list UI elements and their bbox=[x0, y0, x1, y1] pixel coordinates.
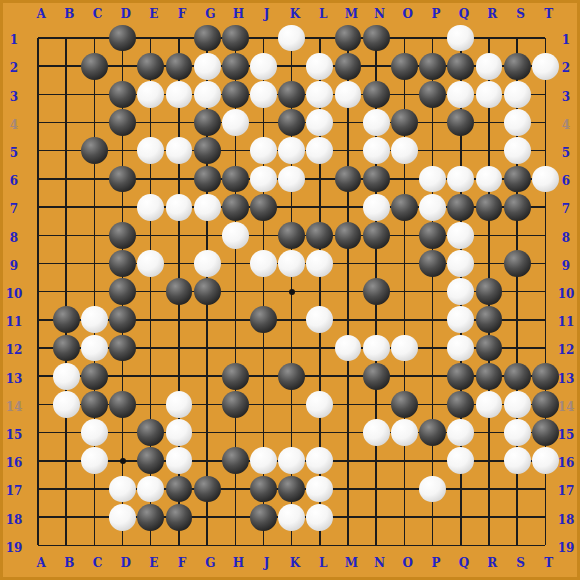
intersection[interactable] bbox=[475, 306, 503, 334]
intersection[interactable] bbox=[362, 278, 390, 306]
intersection[interactable] bbox=[334, 419, 362, 447]
intersection[interactable] bbox=[108, 447, 136, 475]
intersection[interactable] bbox=[390, 108, 418, 136]
intersection[interactable] bbox=[503, 503, 531, 531]
intersection[interactable] bbox=[531, 249, 559, 277]
intersection[interactable] bbox=[475, 390, 503, 418]
intersection[interactable] bbox=[24, 419, 52, 447]
intersection[interactable] bbox=[306, 52, 334, 80]
intersection[interactable] bbox=[475, 249, 503, 277]
intersection[interactable] bbox=[108, 165, 136, 193]
intersection[interactable] bbox=[531, 362, 559, 390]
intersection[interactable] bbox=[306, 475, 334, 503]
intersection[interactable] bbox=[390, 306, 418, 334]
intersection[interactable] bbox=[334, 80, 362, 108]
intersection[interactable] bbox=[249, 390, 277, 418]
intersection[interactable] bbox=[306, 419, 334, 447]
intersection[interactable] bbox=[531, 503, 559, 531]
intersection[interactable] bbox=[165, 531, 193, 559]
intersection[interactable] bbox=[108, 249, 136, 277]
intersection[interactable] bbox=[52, 52, 80, 80]
intersection[interactable] bbox=[531, 221, 559, 249]
intersection[interactable] bbox=[221, 165, 249, 193]
intersection[interactable] bbox=[24, 475, 52, 503]
intersection[interactable] bbox=[447, 249, 475, 277]
intersection[interactable] bbox=[52, 475, 80, 503]
intersection[interactable] bbox=[475, 137, 503, 165]
intersection[interactable] bbox=[334, 193, 362, 221]
intersection[interactable] bbox=[249, 221, 277, 249]
intersection[interactable] bbox=[24, 447, 52, 475]
intersection[interactable] bbox=[503, 52, 531, 80]
intersection[interactable] bbox=[52, 193, 80, 221]
intersection[interactable] bbox=[531, 531, 559, 559]
intersection[interactable] bbox=[249, 80, 277, 108]
intersection[interactable] bbox=[419, 419, 447, 447]
intersection[interactable] bbox=[531, 24, 559, 52]
intersection[interactable] bbox=[249, 475, 277, 503]
intersection[interactable] bbox=[221, 447, 249, 475]
intersection[interactable] bbox=[419, 278, 447, 306]
intersection[interactable] bbox=[52, 390, 80, 418]
intersection[interactable] bbox=[278, 503, 306, 531]
intersection[interactable] bbox=[447, 52, 475, 80]
intersection[interactable] bbox=[362, 165, 390, 193]
intersection[interactable] bbox=[278, 24, 306, 52]
intersection[interactable] bbox=[503, 278, 531, 306]
intersection[interactable] bbox=[137, 334, 165, 362]
intersection[interactable] bbox=[249, 419, 277, 447]
intersection[interactable] bbox=[52, 419, 80, 447]
intersection[interactable] bbox=[108, 221, 136, 249]
intersection[interactable] bbox=[447, 531, 475, 559]
intersection[interactable] bbox=[419, 221, 447, 249]
intersection[interactable] bbox=[475, 334, 503, 362]
intersection[interactable] bbox=[80, 447, 108, 475]
intersection[interactable] bbox=[306, 24, 334, 52]
intersection[interactable] bbox=[52, 531, 80, 559]
intersection[interactable] bbox=[278, 419, 306, 447]
intersection[interactable] bbox=[249, 531, 277, 559]
intersection[interactable] bbox=[165, 278, 193, 306]
intersection[interactable] bbox=[447, 24, 475, 52]
intersection[interactable] bbox=[531, 137, 559, 165]
intersection[interactable] bbox=[419, 52, 447, 80]
intersection[interactable] bbox=[137, 475, 165, 503]
intersection[interactable] bbox=[334, 362, 362, 390]
intersection[interactable] bbox=[193, 278, 221, 306]
intersection[interactable] bbox=[165, 221, 193, 249]
intersection[interactable] bbox=[531, 390, 559, 418]
intersection[interactable] bbox=[108, 419, 136, 447]
intersection[interactable] bbox=[80, 249, 108, 277]
intersection[interactable] bbox=[306, 137, 334, 165]
intersection[interactable] bbox=[52, 503, 80, 531]
intersection[interactable] bbox=[503, 137, 531, 165]
intersection[interactable] bbox=[80, 334, 108, 362]
intersection[interactable] bbox=[193, 306, 221, 334]
intersection[interactable] bbox=[193, 503, 221, 531]
intersection[interactable] bbox=[475, 80, 503, 108]
intersection[interactable] bbox=[306, 278, 334, 306]
intersection[interactable] bbox=[531, 278, 559, 306]
intersection[interactable] bbox=[334, 334, 362, 362]
intersection[interactable] bbox=[475, 108, 503, 136]
intersection[interactable] bbox=[503, 475, 531, 503]
intersection[interactable] bbox=[249, 503, 277, 531]
intersection[interactable] bbox=[390, 165, 418, 193]
intersection[interactable] bbox=[52, 447, 80, 475]
intersection[interactable] bbox=[52, 362, 80, 390]
intersection[interactable] bbox=[306, 306, 334, 334]
intersection[interactable] bbox=[531, 165, 559, 193]
intersection[interactable] bbox=[221, 475, 249, 503]
intersection[interactable] bbox=[503, 362, 531, 390]
intersection[interactable] bbox=[362, 475, 390, 503]
intersection[interactable] bbox=[80, 306, 108, 334]
intersection[interactable] bbox=[52, 137, 80, 165]
intersection[interactable] bbox=[52, 249, 80, 277]
intersection[interactable] bbox=[362, 362, 390, 390]
intersection[interactable] bbox=[531, 419, 559, 447]
intersection[interactable] bbox=[193, 108, 221, 136]
intersection[interactable] bbox=[108, 475, 136, 503]
intersection[interactable] bbox=[531, 80, 559, 108]
intersection[interactable] bbox=[108, 137, 136, 165]
intersection[interactable] bbox=[193, 419, 221, 447]
intersection[interactable] bbox=[165, 503, 193, 531]
intersection[interactable] bbox=[390, 52, 418, 80]
intersection[interactable] bbox=[419, 137, 447, 165]
intersection[interactable] bbox=[447, 278, 475, 306]
intersection[interactable] bbox=[475, 52, 503, 80]
intersection[interactable] bbox=[447, 475, 475, 503]
intersection[interactable] bbox=[419, 447, 447, 475]
intersection[interactable] bbox=[390, 362, 418, 390]
intersection[interactable] bbox=[362, 137, 390, 165]
intersection[interactable] bbox=[362, 221, 390, 249]
intersection[interactable] bbox=[165, 249, 193, 277]
intersection[interactable] bbox=[221, 334, 249, 362]
intersection[interactable] bbox=[475, 503, 503, 531]
intersection[interactable] bbox=[193, 24, 221, 52]
intersection[interactable] bbox=[80, 475, 108, 503]
intersection[interactable] bbox=[447, 137, 475, 165]
intersection[interactable] bbox=[447, 447, 475, 475]
intersection[interactable] bbox=[334, 165, 362, 193]
intersection[interactable] bbox=[108, 531, 136, 559]
intersection[interactable] bbox=[390, 24, 418, 52]
intersection[interactable] bbox=[334, 475, 362, 503]
intersection[interactable] bbox=[531, 475, 559, 503]
intersection[interactable] bbox=[334, 531, 362, 559]
intersection[interactable] bbox=[475, 278, 503, 306]
intersection[interactable] bbox=[52, 108, 80, 136]
intersection[interactable] bbox=[503, 306, 531, 334]
intersection[interactable] bbox=[390, 221, 418, 249]
intersection[interactable] bbox=[278, 447, 306, 475]
intersection[interactable] bbox=[306, 221, 334, 249]
intersection[interactable] bbox=[52, 165, 80, 193]
intersection[interactable] bbox=[193, 531, 221, 559]
intersection[interactable] bbox=[334, 306, 362, 334]
intersection[interactable] bbox=[165, 193, 193, 221]
intersection[interactable] bbox=[390, 531, 418, 559]
intersection[interactable] bbox=[52, 24, 80, 52]
intersection[interactable] bbox=[24, 165, 52, 193]
intersection[interactable] bbox=[193, 390, 221, 418]
intersection[interactable] bbox=[390, 334, 418, 362]
intersection[interactable] bbox=[137, 503, 165, 531]
intersection[interactable] bbox=[390, 503, 418, 531]
intersection[interactable] bbox=[108, 24, 136, 52]
intersection[interactable] bbox=[475, 419, 503, 447]
intersection[interactable] bbox=[52, 80, 80, 108]
intersection[interactable] bbox=[221, 193, 249, 221]
intersection[interactable] bbox=[249, 193, 277, 221]
intersection[interactable] bbox=[362, 24, 390, 52]
intersection[interactable] bbox=[137, 306, 165, 334]
intersection[interactable] bbox=[24, 390, 52, 418]
intersection[interactable] bbox=[24, 80, 52, 108]
intersection[interactable] bbox=[137, 221, 165, 249]
intersection[interactable] bbox=[419, 165, 447, 193]
intersection[interactable] bbox=[362, 80, 390, 108]
intersection[interactable] bbox=[137, 108, 165, 136]
intersection[interactable] bbox=[165, 137, 193, 165]
intersection[interactable] bbox=[80, 531, 108, 559]
intersection[interactable] bbox=[249, 52, 277, 80]
intersection[interactable] bbox=[531, 108, 559, 136]
intersection[interactable] bbox=[503, 221, 531, 249]
intersection[interactable] bbox=[52, 278, 80, 306]
intersection[interactable] bbox=[362, 108, 390, 136]
intersection[interactable] bbox=[80, 362, 108, 390]
intersection[interactable] bbox=[419, 193, 447, 221]
intersection[interactable] bbox=[447, 108, 475, 136]
intersection[interactable] bbox=[390, 475, 418, 503]
intersection[interactable] bbox=[503, 419, 531, 447]
intersection[interactable] bbox=[278, 193, 306, 221]
intersection[interactable] bbox=[24, 306, 52, 334]
intersection[interactable] bbox=[193, 80, 221, 108]
intersection[interactable] bbox=[447, 362, 475, 390]
intersection[interactable] bbox=[165, 419, 193, 447]
intersection[interactable] bbox=[137, 447, 165, 475]
intersection[interactable] bbox=[80, 52, 108, 80]
intersection[interactable] bbox=[24, 137, 52, 165]
intersection[interactable] bbox=[447, 165, 475, 193]
intersection[interactable] bbox=[306, 503, 334, 531]
intersection[interactable] bbox=[531, 447, 559, 475]
intersection[interactable] bbox=[165, 475, 193, 503]
intersection[interactable] bbox=[419, 334, 447, 362]
intersection[interactable] bbox=[221, 278, 249, 306]
intersection[interactable] bbox=[108, 390, 136, 418]
intersection[interactable] bbox=[503, 447, 531, 475]
intersection[interactable] bbox=[278, 80, 306, 108]
intersection[interactable] bbox=[362, 249, 390, 277]
intersection[interactable] bbox=[334, 52, 362, 80]
intersection[interactable] bbox=[221, 52, 249, 80]
intersection[interactable] bbox=[108, 503, 136, 531]
intersection[interactable] bbox=[221, 24, 249, 52]
intersection[interactable] bbox=[362, 52, 390, 80]
intersection[interactable] bbox=[390, 80, 418, 108]
intersection[interactable] bbox=[108, 334, 136, 362]
intersection[interactable] bbox=[80, 390, 108, 418]
intersection[interactable] bbox=[278, 52, 306, 80]
intersection[interactable] bbox=[278, 306, 306, 334]
intersection[interactable] bbox=[390, 193, 418, 221]
intersection[interactable] bbox=[24, 278, 52, 306]
intersection[interactable] bbox=[137, 278, 165, 306]
intersection[interactable] bbox=[362, 306, 390, 334]
intersection[interactable] bbox=[165, 306, 193, 334]
intersection[interactable] bbox=[278, 334, 306, 362]
intersection[interactable] bbox=[137, 24, 165, 52]
intersection[interactable] bbox=[24, 221, 52, 249]
intersection[interactable] bbox=[221, 137, 249, 165]
intersection[interactable] bbox=[419, 80, 447, 108]
intersection[interactable] bbox=[52, 334, 80, 362]
intersection[interactable] bbox=[531, 306, 559, 334]
intersection[interactable] bbox=[503, 193, 531, 221]
intersection[interactable] bbox=[447, 503, 475, 531]
intersection[interactable] bbox=[165, 334, 193, 362]
intersection[interactable] bbox=[390, 447, 418, 475]
intersection[interactable] bbox=[108, 108, 136, 136]
intersection[interactable] bbox=[108, 80, 136, 108]
intersection[interactable] bbox=[80, 137, 108, 165]
intersection[interactable] bbox=[24, 531, 52, 559]
intersection[interactable] bbox=[221, 249, 249, 277]
intersection[interactable] bbox=[503, 390, 531, 418]
intersection[interactable] bbox=[475, 221, 503, 249]
intersection[interactable] bbox=[334, 390, 362, 418]
intersection[interactable] bbox=[165, 52, 193, 80]
intersection[interactable] bbox=[419, 475, 447, 503]
intersection[interactable] bbox=[24, 249, 52, 277]
intersection[interactable] bbox=[475, 531, 503, 559]
intersection[interactable] bbox=[475, 24, 503, 52]
intersection[interactable] bbox=[390, 249, 418, 277]
intersection[interactable] bbox=[249, 249, 277, 277]
intersection[interactable] bbox=[80, 221, 108, 249]
intersection[interactable] bbox=[24, 362, 52, 390]
intersection[interactable] bbox=[447, 419, 475, 447]
intersection[interactable] bbox=[390, 390, 418, 418]
intersection[interactable] bbox=[221, 362, 249, 390]
intersection[interactable] bbox=[447, 306, 475, 334]
intersection[interactable] bbox=[447, 221, 475, 249]
intersection[interactable] bbox=[503, 165, 531, 193]
intersection[interactable] bbox=[503, 108, 531, 136]
intersection[interactable] bbox=[447, 80, 475, 108]
intersection[interactable] bbox=[390, 278, 418, 306]
intersection[interactable] bbox=[278, 475, 306, 503]
intersection[interactable] bbox=[193, 249, 221, 277]
intersection[interactable] bbox=[278, 165, 306, 193]
intersection[interactable] bbox=[334, 24, 362, 52]
intersection[interactable] bbox=[137, 165, 165, 193]
intersection[interactable] bbox=[419, 249, 447, 277]
intersection[interactable] bbox=[165, 390, 193, 418]
intersection[interactable] bbox=[24, 24, 52, 52]
intersection[interactable] bbox=[221, 80, 249, 108]
intersection[interactable] bbox=[249, 24, 277, 52]
intersection[interactable] bbox=[334, 447, 362, 475]
intersection[interactable] bbox=[419, 108, 447, 136]
intersection[interactable] bbox=[221, 221, 249, 249]
intersection[interactable] bbox=[334, 108, 362, 136]
intersection[interactable] bbox=[24, 108, 52, 136]
intersection[interactable] bbox=[249, 137, 277, 165]
intersection[interactable] bbox=[221, 531, 249, 559]
intersection[interactable] bbox=[419, 503, 447, 531]
intersection[interactable] bbox=[221, 419, 249, 447]
intersection[interactable] bbox=[306, 80, 334, 108]
intersection[interactable] bbox=[419, 24, 447, 52]
intersection[interactable] bbox=[80, 503, 108, 531]
intersection[interactable] bbox=[80, 24, 108, 52]
intersection[interactable] bbox=[249, 447, 277, 475]
intersection[interactable] bbox=[108, 278, 136, 306]
intersection[interactable] bbox=[165, 24, 193, 52]
intersection[interactable] bbox=[334, 221, 362, 249]
intersection[interactable] bbox=[306, 108, 334, 136]
intersection[interactable] bbox=[306, 362, 334, 390]
intersection[interactable] bbox=[108, 306, 136, 334]
intersection[interactable] bbox=[193, 475, 221, 503]
intersection[interactable] bbox=[390, 419, 418, 447]
intersection[interactable] bbox=[221, 503, 249, 531]
intersection[interactable] bbox=[503, 80, 531, 108]
intersection[interactable] bbox=[306, 531, 334, 559]
intersection[interactable] bbox=[80, 193, 108, 221]
intersection[interactable] bbox=[165, 80, 193, 108]
intersection[interactable] bbox=[137, 390, 165, 418]
intersection[interactable] bbox=[249, 278, 277, 306]
intersection[interactable] bbox=[137, 419, 165, 447]
intersection[interactable] bbox=[362, 503, 390, 531]
intersection[interactable] bbox=[419, 531, 447, 559]
intersection[interactable] bbox=[193, 334, 221, 362]
intersection[interactable] bbox=[306, 390, 334, 418]
intersection[interactable] bbox=[24, 52, 52, 80]
intersection[interactable] bbox=[165, 447, 193, 475]
intersection[interactable] bbox=[419, 390, 447, 418]
intersection[interactable] bbox=[165, 108, 193, 136]
intersection[interactable] bbox=[306, 193, 334, 221]
intersection[interactable] bbox=[137, 193, 165, 221]
intersection[interactable] bbox=[447, 193, 475, 221]
intersection[interactable] bbox=[503, 531, 531, 559]
intersection[interactable] bbox=[52, 306, 80, 334]
intersection[interactable] bbox=[531, 52, 559, 80]
intersection[interactable] bbox=[108, 362, 136, 390]
intersection[interactable] bbox=[531, 334, 559, 362]
intersection[interactable] bbox=[475, 447, 503, 475]
intersection[interactable] bbox=[80, 80, 108, 108]
intersection[interactable] bbox=[419, 306, 447, 334]
intersection[interactable] bbox=[503, 334, 531, 362]
intersection[interactable] bbox=[24, 503, 52, 531]
intersection[interactable] bbox=[306, 249, 334, 277]
intersection[interactable] bbox=[278, 531, 306, 559]
intersection[interactable] bbox=[80, 165, 108, 193]
intersection[interactable] bbox=[52, 221, 80, 249]
